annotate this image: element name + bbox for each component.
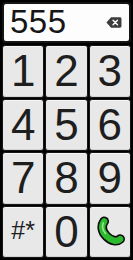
key-1[interactable]: 1 — [2, 45, 44, 98]
key-6[interactable]: 6 — [89, 99, 131, 152]
dial-keypad: 1 2 3 4 5 6 7 8 9 #* 0 — [2, 45, 131, 258]
key-4[interactable]: 4 — [2, 99, 44, 152]
dialed-number: 555 — [10, 5, 67, 38]
key-3[interactable]: 3 — [89, 45, 131, 98]
key-9[interactable]: 9 — [89, 152, 131, 205]
backspace-icon[interactable] — [106, 16, 122, 29]
key-pound-star[interactable]: #* — [2, 206, 44, 259]
phone-call-icon — [94, 215, 125, 248]
key-5[interactable]: 5 — [45, 99, 87, 152]
key-7[interactable]: 7 — [2, 152, 44, 205]
key-0[interactable]: 0 — [45, 206, 87, 259]
dial-display[interactable]: 555 — [2, 2, 131, 43]
key-8[interactable]: 8 — [45, 152, 87, 205]
key-2[interactable]: 2 — [45, 45, 87, 98]
call-button[interactable] — [89, 206, 131, 259]
